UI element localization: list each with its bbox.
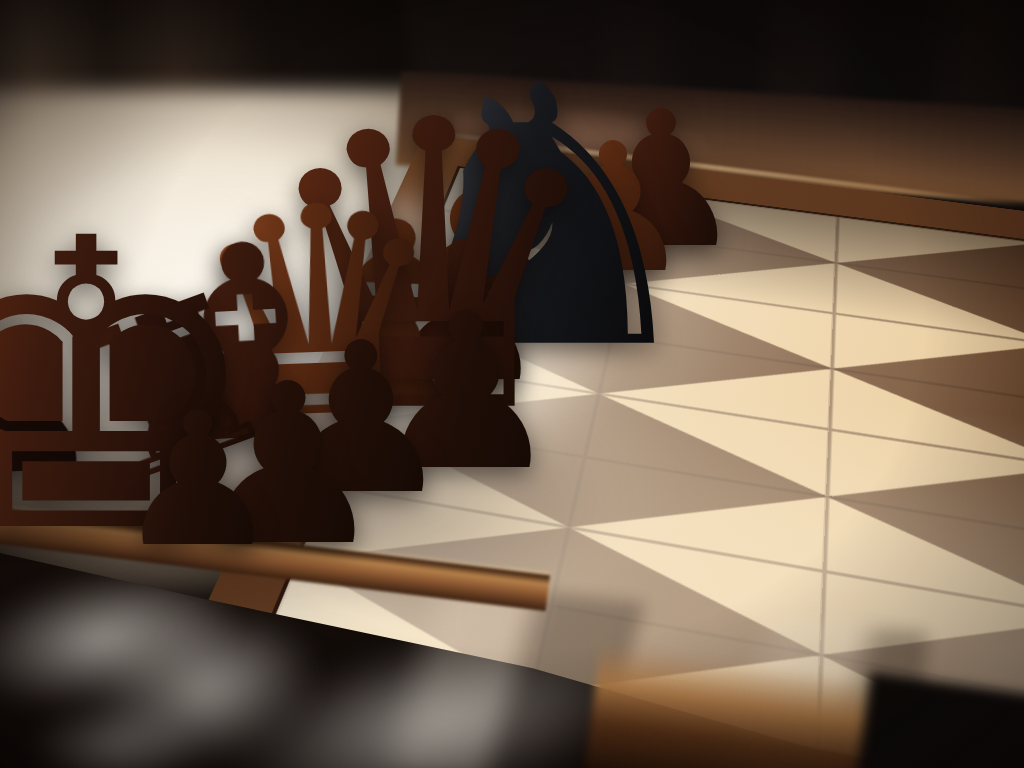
table-light-reflection (30, 700, 200, 768)
chess-piece-pawn: ♟ (115, 388, 281, 573)
chess-photo-scene: ♟♚♜♟♝♟♛♟♝♛♟♟♟♞♟♟ (0, 0, 1024, 768)
